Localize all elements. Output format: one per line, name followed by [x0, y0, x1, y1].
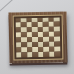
- square-r8c2: [21, 52, 27, 57]
- square-r8c6: [43, 52, 49, 57]
- square-r8c7: [49, 52, 55, 57]
- square-r8c3: [26, 52, 32, 57]
- square-r8c4: [32, 52, 38, 57]
- square-r8c5: [38, 52, 44, 57]
- product-photo-backdrop: [0, 0, 74, 74]
- square-r8c8: [54, 52, 60, 57]
- backdrop-seam: [0, 0, 14, 13]
- square-r8c1: [15, 52, 21, 57]
- board-grid: [15, 17, 60, 57]
- chess-board: [8, 11, 66, 63]
- board-inlay-border: [12, 15, 62, 60]
